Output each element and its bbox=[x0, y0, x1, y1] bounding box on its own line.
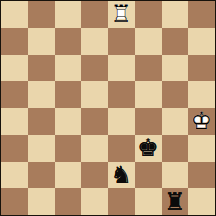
square-f1[interactable] bbox=[135, 188, 162, 215]
square-g2[interactable] bbox=[162, 162, 189, 189]
square-d1[interactable] bbox=[81, 188, 108, 215]
square-h5[interactable] bbox=[188, 81, 215, 108]
square-g1[interactable]: ♜♜ bbox=[162, 188, 189, 215]
square-e8[interactable]: ♜♖ bbox=[108, 1, 135, 28]
square-d6[interactable] bbox=[81, 55, 108, 82]
square-d8[interactable] bbox=[81, 1, 108, 28]
square-g8[interactable] bbox=[162, 1, 189, 28]
square-b6[interactable] bbox=[28, 55, 55, 82]
square-a2[interactable] bbox=[1, 162, 28, 189]
white-rook[interactable]: ♜♖ bbox=[108, 1, 135, 28]
black-king-icon: ♚ bbox=[135, 135, 162, 162]
square-b4[interactable] bbox=[28, 108, 55, 135]
chessboard: ♜♖♚♔♚♚♞♞♜♜ bbox=[0, 0, 216, 216]
square-e4[interactable] bbox=[108, 108, 135, 135]
square-d5[interactable] bbox=[81, 81, 108, 108]
square-a6[interactable] bbox=[1, 55, 28, 82]
square-d7[interactable] bbox=[81, 28, 108, 55]
square-g7[interactable] bbox=[162, 28, 189, 55]
square-h1[interactable] bbox=[188, 188, 215, 215]
square-c4[interactable] bbox=[55, 108, 82, 135]
square-h4[interactable]: ♚♔ bbox=[188, 108, 215, 135]
square-h2[interactable] bbox=[188, 162, 215, 189]
white-king-icon: ♔ bbox=[188, 108, 215, 135]
square-c8[interactable] bbox=[55, 1, 82, 28]
square-f3[interactable]: ♚♚ bbox=[135, 135, 162, 162]
square-e2[interactable]: ♞♞ bbox=[108, 162, 135, 189]
square-c7[interactable] bbox=[55, 28, 82, 55]
square-c1[interactable] bbox=[55, 188, 82, 215]
square-h8[interactable] bbox=[188, 1, 215, 28]
square-f6[interactable] bbox=[135, 55, 162, 82]
square-b2[interactable] bbox=[28, 162, 55, 189]
black-king[interactable]: ♚♚ bbox=[135, 135, 162, 162]
square-b3[interactable] bbox=[28, 135, 55, 162]
square-c3[interactable] bbox=[55, 135, 82, 162]
black-knight[interactable]: ♞♞ bbox=[108, 162, 135, 189]
square-b7[interactable] bbox=[28, 28, 55, 55]
white-rook-icon: ♖ bbox=[108, 1, 135, 28]
square-a8[interactable] bbox=[1, 1, 28, 28]
black-rook-icon: ♜ bbox=[162, 188, 189, 215]
black-rook[interactable]: ♜♜ bbox=[162, 188, 189, 215]
square-e6[interactable] bbox=[108, 55, 135, 82]
square-g3[interactable] bbox=[162, 135, 189, 162]
square-e1[interactable] bbox=[108, 188, 135, 215]
square-b5[interactable] bbox=[28, 81, 55, 108]
square-e3[interactable] bbox=[108, 135, 135, 162]
square-e5[interactable] bbox=[108, 81, 135, 108]
square-g5[interactable] bbox=[162, 81, 189, 108]
square-f2[interactable] bbox=[135, 162, 162, 189]
square-c5[interactable] bbox=[55, 81, 82, 108]
square-b8[interactable] bbox=[28, 1, 55, 28]
square-a7[interactable] bbox=[1, 28, 28, 55]
square-c6[interactable] bbox=[55, 55, 82, 82]
square-a4[interactable] bbox=[1, 108, 28, 135]
white-king[interactable]: ♚♔ bbox=[188, 108, 215, 135]
square-g4[interactable] bbox=[162, 108, 189, 135]
square-a3[interactable] bbox=[1, 135, 28, 162]
square-c2[interactable] bbox=[55, 162, 82, 189]
square-h7[interactable] bbox=[188, 28, 215, 55]
square-h6[interactable] bbox=[188, 55, 215, 82]
square-f8[interactable] bbox=[135, 1, 162, 28]
square-d4[interactable] bbox=[81, 108, 108, 135]
black-knight-icon: ♞ bbox=[108, 162, 135, 189]
square-d2[interactable] bbox=[81, 162, 108, 189]
square-d3[interactable] bbox=[81, 135, 108, 162]
square-e7[interactable] bbox=[108, 28, 135, 55]
square-f7[interactable] bbox=[135, 28, 162, 55]
square-f4[interactable] bbox=[135, 108, 162, 135]
square-a5[interactable] bbox=[1, 81, 28, 108]
square-g6[interactable] bbox=[162, 55, 189, 82]
square-a1[interactable] bbox=[1, 188, 28, 215]
square-h3[interactable] bbox=[188, 135, 215, 162]
square-b1[interactable] bbox=[28, 188, 55, 215]
square-f5[interactable] bbox=[135, 81, 162, 108]
